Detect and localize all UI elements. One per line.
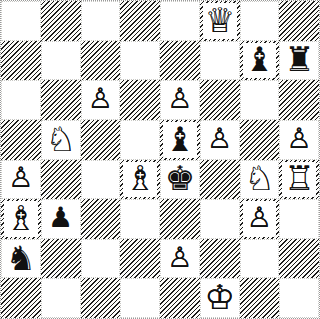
square-g2[interactable] <box>240 239 280 279</box>
square-f4[interactable] <box>200 160 240 200</box>
white-pawn[interactable]: ♙ <box>167 85 192 113</box>
white-knight[interactable]: ♘ <box>45 122 75 156</box>
square-c5[interactable] <box>81 120 121 160</box>
square-h3[interactable] <box>279 199 319 239</box>
square-d1[interactable] <box>120 278 160 318</box>
white-bishop[interactable]: ♗ <box>125 161 155 195</box>
square-h1[interactable] <box>279 278 319 318</box>
square-c6[interactable]: ♙ <box>81 80 121 120</box>
square-a2[interactable]: ♞ <box>1 239 41 279</box>
square-g1[interactable] <box>240 278 280 318</box>
black-bishop[interactable]: ♝ <box>165 122 195 156</box>
square-e4[interactable]: ♚ <box>160 160 200 200</box>
square-f7[interactable] <box>200 41 240 81</box>
square-c3[interactable] <box>81 199 121 239</box>
white-pawn[interactable]: ♙ <box>287 125 312 153</box>
white-rook[interactable]: ♖ <box>284 161 314 195</box>
square-b1[interactable] <box>41 278 81 318</box>
square-f6[interactable] <box>200 80 240 120</box>
black-king[interactable]: ♚ <box>165 161 195 195</box>
square-h4[interactable]: ♖ <box>279 160 319 200</box>
square-b8[interactable] <box>41 1 81 41</box>
square-b7[interactable] <box>41 41 81 81</box>
square-b2[interactable] <box>41 239 81 279</box>
square-e8[interactable] <box>160 1 200 41</box>
black-knight[interactable]: ♞ <box>6 241 36 275</box>
square-b6[interactable] <box>41 80 81 120</box>
square-h7[interactable]: ♜ <box>279 41 319 81</box>
white-pawn[interactable]: ♙ <box>207 125 232 153</box>
white-king[interactable]: ♔ <box>204 280 234 314</box>
square-d6[interactable] <box>120 80 160 120</box>
square-h5[interactable]: ♙ <box>279 120 319 160</box>
square-g6[interactable] <box>240 80 280 120</box>
square-c1[interactable] <box>81 278 121 318</box>
square-b5[interactable]: ♘ <box>41 120 81 160</box>
chess-board: ♕♝♜♙♙♘♝♙♙♙♗♚♘♖♗♟♙♞♙♔ <box>0 0 320 319</box>
square-d5[interactable] <box>120 120 160 160</box>
square-e1[interactable] <box>160 278 200 318</box>
square-c4[interactable] <box>81 160 121 200</box>
square-a7[interactable] <box>1 41 41 81</box>
square-g8[interactable] <box>240 1 280 41</box>
square-d7[interactable] <box>120 41 160 81</box>
square-f1[interactable]: ♔ <box>200 278 240 318</box>
square-h8[interactable] <box>279 1 319 41</box>
square-e3[interactable] <box>160 199 200 239</box>
square-a3[interactable]: ♗ <box>1 199 41 239</box>
white-bishop[interactable]: ♗ <box>6 201 36 235</box>
square-d2[interactable] <box>120 239 160 279</box>
square-d3[interactable] <box>120 199 160 239</box>
square-e5[interactable]: ♝ <box>160 120 200 160</box>
chess-diagram: ♕♝♜♙♙♘♝♙♙♙♗♚♘♖♗♟♙♞♙♔ <box>0 0 320 319</box>
square-d8[interactable] <box>120 1 160 41</box>
square-e7[interactable] <box>160 41 200 81</box>
white-pawn[interactable]: ♙ <box>247 204 272 232</box>
square-f5[interactable]: ♙ <box>200 120 240 160</box>
white-knight[interactable]: ♘ <box>244 161 274 195</box>
square-g7[interactable]: ♝ <box>240 41 280 81</box>
black-bishop[interactable]: ♝ <box>244 42 274 76</box>
white-pawn[interactable]: ♙ <box>8 164 33 192</box>
square-a1[interactable] <box>1 278 41 318</box>
white-pawn[interactable]: ♙ <box>167 244 192 272</box>
square-c8[interactable] <box>81 1 121 41</box>
square-f8[interactable]: ♕ <box>200 1 240 41</box>
square-f2[interactable] <box>200 239 240 279</box>
square-b4[interactable] <box>41 160 81 200</box>
square-h2[interactable] <box>279 239 319 279</box>
square-a8[interactable] <box>1 1 41 41</box>
square-d4[interactable]: ♗ <box>120 160 160 200</box>
square-f3[interactable] <box>200 199 240 239</box>
square-c2[interactable] <box>81 239 121 279</box>
white-queen[interactable]: ♕ <box>204 3 234 37</box>
square-a4[interactable]: ♙ <box>1 160 41 200</box>
black-pawn[interactable]: ♟ <box>48 204 73 232</box>
square-g3[interactable]: ♙ <box>240 199 280 239</box>
square-b3[interactable]: ♟ <box>41 199 81 239</box>
square-g5[interactable] <box>240 120 280 160</box>
square-c7[interactable] <box>81 41 121 81</box>
square-a6[interactable] <box>1 80 41 120</box>
square-e6[interactable]: ♙ <box>160 80 200 120</box>
black-rook[interactable]: ♜ <box>284 42 314 76</box>
square-g4[interactable]: ♘ <box>240 160 280 200</box>
white-pawn[interactable]: ♙ <box>88 85 113 113</box>
square-e2[interactable]: ♙ <box>160 239 200 279</box>
square-a5[interactable] <box>1 120 41 160</box>
square-h6[interactable] <box>279 80 319 120</box>
